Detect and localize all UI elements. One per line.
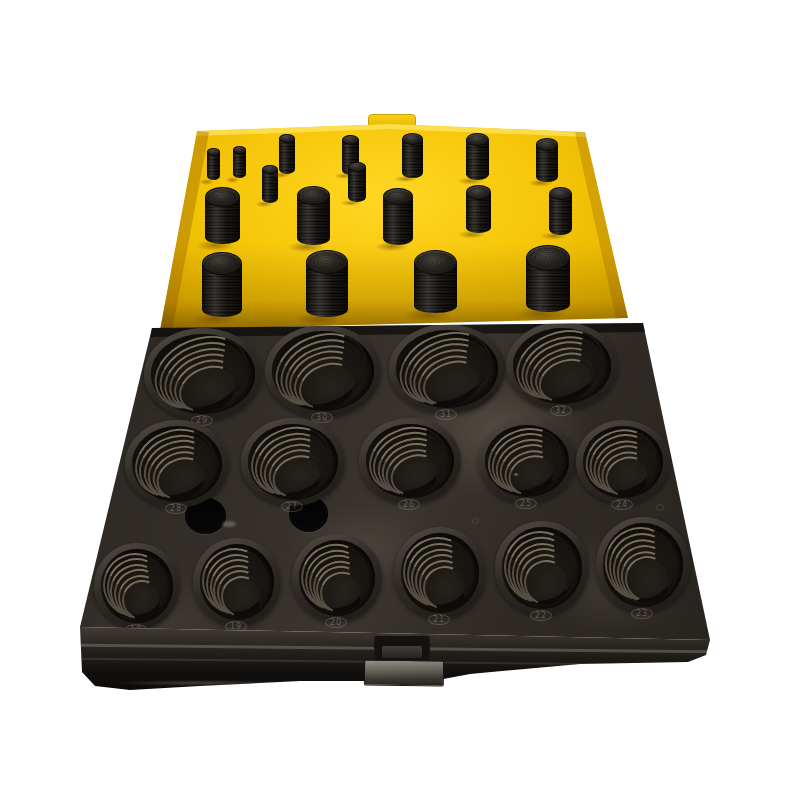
case-tray: 293031322827262524181920212223 [80,323,710,640]
oring-stack-cap [202,252,242,275]
oring-stack [207,148,220,180]
oring-stack-cap [342,135,359,145]
cap-ring-texture [299,189,326,203]
cap-ring-texture [530,248,567,267]
cap-ring-texture [417,253,453,271]
oring-stack [549,187,572,235]
cap-ring-texture [309,253,344,271]
oring-stack [306,250,348,317]
front-bottom-sheen [90,679,310,687]
oring-stack-cap [466,185,491,200]
oring-stack-cap [205,187,240,207]
oring-stack-body [207,151,220,180]
size-label: 31 [435,409,457,420]
oring-stack [414,250,457,313]
oring-stack [383,188,413,245]
oring-stack-cap [414,250,457,275]
pin-mark [472,518,479,524]
scuff-mark [100,415,105,419]
oring-stack-cap [466,133,489,146]
oring-stack [466,133,489,180]
size-label: 21 [428,614,450,625]
oring-stack [348,162,366,202]
oring-stack [536,138,558,182]
size-label: 24 [611,499,633,510]
cap-ring-texture [386,191,411,203]
size-label: 22 [530,610,552,621]
oring-stack-cap [536,138,558,151]
pin-mark [656,504,664,511]
cap-ring-texture [205,255,238,272]
oring-kit-photo: 293031322827262524181920212223 [0,0,800,800]
oring-stack-cap [402,133,423,145]
size-label: 26 [398,499,420,510]
oring-stack-cap [233,146,246,154]
oring-stack-body [279,138,295,174]
oring-stack [279,134,295,174]
cap-ring-texture [207,190,236,205]
oring-stack [466,185,491,233]
oring-stack [297,186,330,245]
size-label: 23 [631,608,653,619]
oring-stack-cap [549,187,572,200]
oring-stack [526,245,570,312]
latch-bar [382,646,422,658]
size-label: 20 [325,617,347,628]
oring-stack [233,146,246,178]
oring-stack [402,133,423,178]
scuff-mark [514,473,518,476]
oring-stack-cap [207,148,220,156]
latch-plate [364,659,444,686]
size-label: 25 [515,498,537,509]
size-label: 27 [281,501,303,512]
oring-stack [202,252,242,317]
scuff-mark [222,521,236,527]
oring-stack-cap [526,245,570,271]
oring-stack [205,187,240,244]
size-label: 28 [165,503,187,514]
oring-stack-body [233,149,246,178]
size-label: 32 [550,405,572,416]
oring-stack-cap [297,186,330,205]
